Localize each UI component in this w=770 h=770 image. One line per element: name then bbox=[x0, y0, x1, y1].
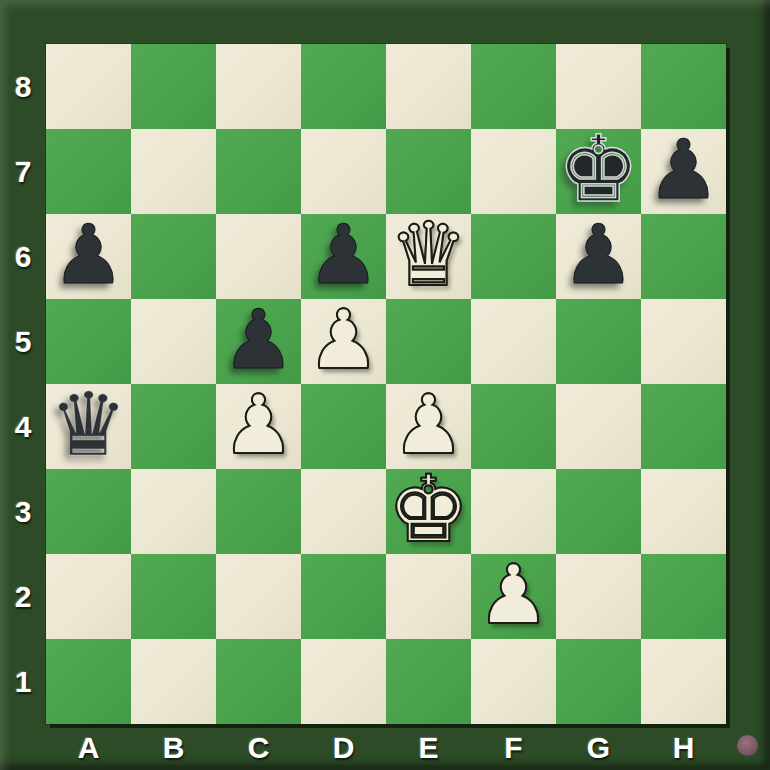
file-label-c: C bbox=[216, 726, 301, 770]
square-c7[interactable] bbox=[216, 129, 301, 214]
black-king[interactable]: ♚ bbox=[557, 124, 639, 216]
square-e1[interactable] bbox=[386, 639, 471, 724]
square-b8[interactable] bbox=[131, 44, 216, 129]
white-pawn[interactable]: ♟ bbox=[477, 554, 551, 636]
rank-labels: 87654321 bbox=[0, 44, 46, 724]
square-d7[interactable] bbox=[301, 129, 386, 214]
square-d8[interactable] bbox=[301, 44, 386, 129]
rank-label-8: 8 bbox=[0, 44, 46, 129]
square-d2[interactable] bbox=[301, 554, 386, 639]
square-f5[interactable] bbox=[471, 299, 556, 384]
board-frame: 87654321 ♚♟♟♟♛♟♟♟♛♟♟♚♟ ABCDEFGH bbox=[0, 0, 770, 770]
rank-label-7: 7 bbox=[0, 129, 46, 214]
rank-label-5: 5 bbox=[0, 299, 46, 384]
square-g4[interactable] bbox=[556, 384, 641, 469]
white-king[interactable]: ♚ bbox=[387, 464, 469, 556]
square-e7[interactable] bbox=[386, 129, 471, 214]
file-label-e: E bbox=[386, 726, 471, 770]
rank-label-6: 6 bbox=[0, 214, 46, 299]
square-e2[interactable] bbox=[386, 554, 471, 639]
square-g7[interactable]: ♚ bbox=[556, 129, 641, 214]
square-b3[interactable] bbox=[131, 469, 216, 554]
file-label-f: F bbox=[471, 726, 556, 770]
file-label-b: B bbox=[131, 726, 216, 770]
file-labels: ABCDEFGH bbox=[46, 726, 726, 770]
square-e6[interactable]: ♛ bbox=[386, 214, 471, 299]
square-c4[interactable]: ♟ bbox=[216, 384, 301, 469]
square-h8[interactable] bbox=[641, 44, 726, 129]
square-a2[interactable] bbox=[46, 554, 131, 639]
square-a8[interactable] bbox=[46, 44, 131, 129]
square-a7[interactable] bbox=[46, 129, 131, 214]
file-label-d: D bbox=[301, 726, 386, 770]
square-c2[interactable] bbox=[216, 554, 301, 639]
square-g2[interactable] bbox=[556, 554, 641, 639]
square-g6[interactable]: ♟ bbox=[556, 214, 641, 299]
square-a6[interactable]: ♟ bbox=[46, 214, 131, 299]
black-queen[interactable]: ♛ bbox=[49, 381, 128, 469]
chess-board: ♚♟♟♟♛♟♟♟♛♟♟♚♟ bbox=[46, 44, 726, 724]
square-b6[interactable] bbox=[131, 214, 216, 299]
square-f4[interactable] bbox=[471, 384, 556, 469]
white-queen[interactable]: ♛ bbox=[389, 211, 468, 299]
file-label-g: G bbox=[556, 726, 641, 770]
square-b4[interactable] bbox=[131, 384, 216, 469]
square-g1[interactable] bbox=[556, 639, 641, 724]
square-f1[interactable] bbox=[471, 639, 556, 724]
square-d3[interactable] bbox=[301, 469, 386, 554]
black-pawn[interactable]: ♟ bbox=[562, 214, 636, 296]
square-f7[interactable] bbox=[471, 129, 556, 214]
square-d4[interactable] bbox=[301, 384, 386, 469]
square-b7[interactable] bbox=[131, 129, 216, 214]
square-b5[interactable] bbox=[131, 299, 216, 384]
square-f3[interactable] bbox=[471, 469, 556, 554]
black-pawn[interactable]: ♟ bbox=[222, 299, 296, 381]
square-f2[interactable]: ♟ bbox=[471, 554, 556, 639]
white-pawn[interactable]: ♟ bbox=[392, 384, 466, 466]
square-e5[interactable] bbox=[386, 299, 471, 384]
square-c5[interactable]: ♟ bbox=[216, 299, 301, 384]
rank-label-3: 3 bbox=[0, 469, 46, 554]
square-h4[interactable] bbox=[641, 384, 726, 469]
square-d1[interactable] bbox=[301, 639, 386, 724]
square-h7[interactable]: ♟ bbox=[641, 129, 726, 214]
square-c6[interactable] bbox=[216, 214, 301, 299]
square-c3[interactable] bbox=[216, 469, 301, 554]
square-b2[interactable] bbox=[131, 554, 216, 639]
file-label-h: H bbox=[641, 726, 726, 770]
square-d5[interactable]: ♟ bbox=[301, 299, 386, 384]
white-pawn[interactable]: ♟ bbox=[222, 384, 296, 466]
square-g3[interactable] bbox=[556, 469, 641, 554]
rank-label-2: 2 bbox=[0, 554, 46, 639]
white-pawn[interactable]: ♟ bbox=[307, 299, 381, 381]
square-b1[interactable] bbox=[131, 639, 216, 724]
black-pawn[interactable]: ♟ bbox=[52, 214, 126, 296]
black-pawn[interactable]: ♟ bbox=[307, 214, 381, 296]
square-f6[interactable] bbox=[471, 214, 556, 299]
rank-label-1: 1 bbox=[0, 639, 46, 724]
square-e3[interactable]: ♚ bbox=[386, 469, 471, 554]
square-h6[interactable] bbox=[641, 214, 726, 299]
square-h3[interactable] bbox=[641, 469, 726, 554]
square-f8[interactable] bbox=[471, 44, 556, 129]
square-h1[interactable] bbox=[641, 639, 726, 724]
square-d6[interactable]: ♟ bbox=[301, 214, 386, 299]
square-a1[interactable] bbox=[46, 639, 131, 724]
square-a5[interactable] bbox=[46, 299, 131, 384]
corner-dot bbox=[737, 735, 758, 756]
file-label-a: A bbox=[46, 726, 131, 770]
square-c8[interactable] bbox=[216, 44, 301, 129]
rank-label-4: 4 bbox=[0, 384, 46, 469]
square-h2[interactable] bbox=[641, 554, 726, 639]
square-a3[interactable] bbox=[46, 469, 131, 554]
square-a4[interactable]: ♛ bbox=[46, 384, 131, 469]
square-c1[interactable] bbox=[216, 639, 301, 724]
square-e8[interactable] bbox=[386, 44, 471, 129]
black-pawn[interactable]: ♟ bbox=[647, 129, 721, 211]
square-g5[interactable] bbox=[556, 299, 641, 384]
square-h5[interactable] bbox=[641, 299, 726, 384]
